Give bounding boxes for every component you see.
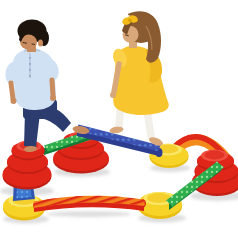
boy-right-hand [50, 95, 56, 101]
boy-left-hand [11, 98, 17, 104]
balance-course-scene [0, 0, 238, 238]
product-photo [0, 0, 238, 238]
boy-eye [23, 43, 27, 44]
boy-ear [38, 40, 43, 47]
girl-hand [110, 92, 116, 98]
